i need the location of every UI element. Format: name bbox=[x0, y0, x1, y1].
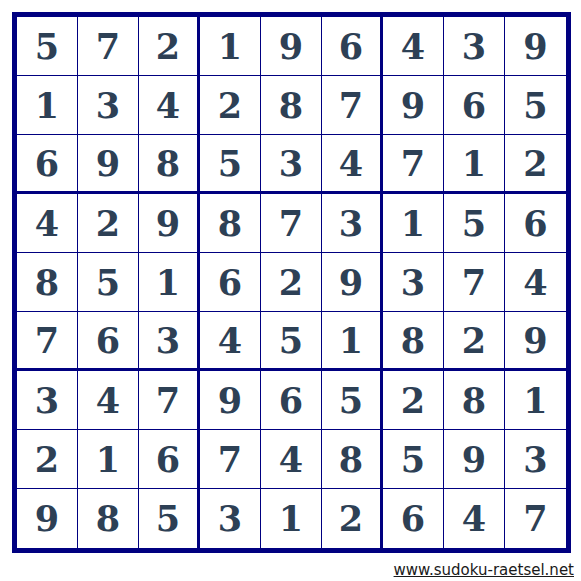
cell-r3c7[interactable]: 7 bbox=[383, 135, 444, 194]
cell-r5c1[interactable]: 8 bbox=[17, 253, 78, 312]
cell-r4c7[interactable]: 1 bbox=[383, 194, 444, 253]
cell-r9c3[interactable]: 5 bbox=[139, 489, 200, 548]
cell-r8c4[interactable]: 7 bbox=[200, 430, 261, 489]
cell-r8c1[interactable]: 2 bbox=[17, 430, 78, 489]
cell-r3c9[interactable]: 2 bbox=[505, 135, 566, 194]
cell-r2c2[interactable]: 3 bbox=[78, 76, 139, 135]
cell-r8c7[interactable]: 5 bbox=[383, 430, 444, 489]
cell-r1c6[interactable]: 6 bbox=[322, 17, 383, 76]
cell-r4c6[interactable]: 3 bbox=[322, 194, 383, 253]
cell-r7c9[interactable]: 1 bbox=[505, 371, 566, 430]
cell-r5c2[interactable]: 5 bbox=[78, 253, 139, 312]
cell-r4c5[interactable]: 7 bbox=[261, 194, 322, 253]
cell-r5c9[interactable]: 4 bbox=[505, 253, 566, 312]
cell-r8c5[interactable]: 4 bbox=[261, 430, 322, 489]
cell-r2c6[interactable]: 7 bbox=[322, 76, 383, 135]
cell-r8c3[interactable]: 6 bbox=[139, 430, 200, 489]
cell-r6c8[interactable]: 2 bbox=[444, 312, 505, 371]
cell-r6c6[interactable]: 1 bbox=[322, 312, 383, 371]
cell-r4c8[interactable]: 5 bbox=[444, 194, 505, 253]
cell-r7c3[interactable]: 7 bbox=[139, 371, 200, 430]
cell-r9c7[interactable]: 6 bbox=[383, 489, 444, 548]
cell-r6c9[interactable]: 9 bbox=[505, 312, 566, 371]
cell-r8c2[interactable]: 1 bbox=[78, 430, 139, 489]
cell-r2c1[interactable]: 1 bbox=[17, 76, 78, 135]
cell-r6c5[interactable]: 5 bbox=[261, 312, 322, 371]
cell-r3c6[interactable]: 4 bbox=[322, 135, 383, 194]
cell-r7c4[interactable]: 9 bbox=[200, 371, 261, 430]
cell-r2c9[interactable]: 5 bbox=[505, 76, 566, 135]
cell-r2c5[interactable]: 8 bbox=[261, 76, 322, 135]
cell-r6c4[interactable]: 4 bbox=[200, 312, 261, 371]
cell-r1c2[interactable]: 7 bbox=[78, 17, 139, 76]
cell-r2c8[interactable]: 6 bbox=[444, 76, 505, 135]
cell-r1c7[interactable]: 4 bbox=[383, 17, 444, 76]
cell-r7c7[interactable]: 2 bbox=[383, 371, 444, 430]
cell-r5c5[interactable]: 2 bbox=[261, 253, 322, 312]
cell-r3c2[interactable]: 9 bbox=[78, 135, 139, 194]
cell-r2c4[interactable]: 2 bbox=[200, 76, 261, 135]
cell-r3c8[interactable]: 1 bbox=[444, 135, 505, 194]
cell-r4c4[interactable]: 8 bbox=[200, 194, 261, 253]
cell-r6c2[interactable]: 6 bbox=[78, 312, 139, 371]
cell-r2c7[interactable]: 9 bbox=[383, 76, 444, 135]
cell-r1c3[interactable]: 2 bbox=[139, 17, 200, 76]
cell-r5c7[interactable]: 3 bbox=[383, 253, 444, 312]
cell-r9c8[interactable]: 4 bbox=[444, 489, 505, 548]
cell-r9c4[interactable]: 3 bbox=[200, 489, 261, 548]
cell-r3c3[interactable]: 8 bbox=[139, 135, 200, 194]
cell-r6c7[interactable]: 8 bbox=[383, 312, 444, 371]
cell-r7c1[interactable]: 3 bbox=[17, 371, 78, 430]
cell-r5c8[interactable]: 7 bbox=[444, 253, 505, 312]
cell-r4c2[interactable]: 2 bbox=[78, 194, 139, 253]
cell-r1c5[interactable]: 9 bbox=[261, 17, 322, 76]
cell-r3c4[interactable]: 5 bbox=[200, 135, 261, 194]
cell-r4c3[interactable]: 9 bbox=[139, 194, 200, 253]
cell-r9c9[interactable]: 7 bbox=[505, 489, 566, 548]
cell-r5c4[interactable]: 6 bbox=[200, 253, 261, 312]
cell-r1c9[interactable]: 9 bbox=[505, 17, 566, 76]
cell-r1c4[interactable]: 1 bbox=[200, 17, 261, 76]
cell-r3c1[interactable]: 6 bbox=[17, 135, 78, 194]
cell-r4c9[interactable]: 6 bbox=[505, 194, 566, 253]
website-url[interactable]: www.sudoku-raetsel.net bbox=[394, 561, 574, 579]
cell-r7c5[interactable]: 6 bbox=[261, 371, 322, 430]
cell-r7c6[interactable]: 5 bbox=[322, 371, 383, 430]
cell-r6c3[interactable]: 3 bbox=[139, 312, 200, 371]
cell-r5c3[interactable]: 1 bbox=[139, 253, 200, 312]
cell-r8c6[interactable]: 8 bbox=[322, 430, 383, 489]
cell-r9c1[interactable]: 9 bbox=[17, 489, 78, 548]
cell-r6c1[interactable]: 7 bbox=[17, 312, 78, 371]
cell-r3c5[interactable]: 3 bbox=[261, 135, 322, 194]
cell-r9c6[interactable]: 2 bbox=[322, 489, 383, 548]
cell-r2c3[interactable]: 4 bbox=[139, 76, 200, 135]
cell-r7c8[interactable]: 8 bbox=[444, 371, 505, 430]
sudoku-board: 5721964391342879656985347124298731568516… bbox=[12, 12, 571, 553]
cell-r8c9[interactable]: 3 bbox=[505, 430, 566, 489]
cell-r7c2[interactable]: 4 bbox=[78, 371, 139, 430]
cell-r4c1[interactable]: 4 bbox=[17, 194, 78, 253]
cell-r5c6[interactable]: 9 bbox=[322, 253, 383, 312]
cell-r9c5[interactable]: 1 bbox=[261, 489, 322, 548]
cell-r9c2[interactable]: 8 bbox=[78, 489, 139, 548]
cell-r8c8[interactable]: 9 bbox=[444, 430, 505, 489]
cell-r1c8[interactable]: 3 bbox=[444, 17, 505, 76]
cell-r1c1[interactable]: 5 bbox=[17, 17, 78, 76]
